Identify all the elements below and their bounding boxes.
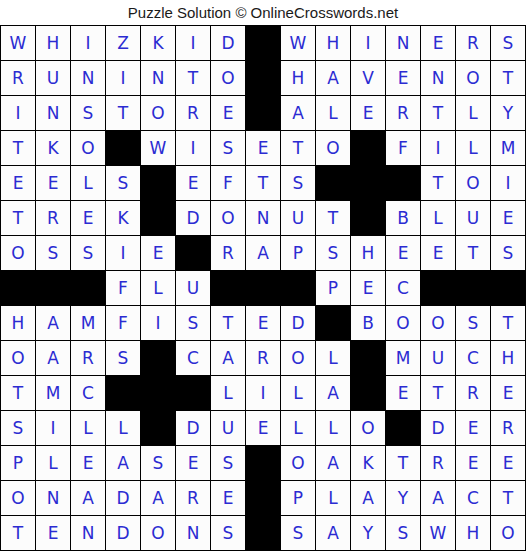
black-cell-r11c11 — [351, 376, 385, 410]
grid-cell-r12c3: L — [71, 411, 105, 445]
black-cell-r5c5 — [141, 166, 175, 200]
grid-cell-r13c3: E — [71, 446, 105, 480]
black-cell-r5c10 — [316, 166, 350, 200]
grid-cell-r4c8: E — [246, 131, 280, 165]
grid-cell-r2c9: H — [281, 61, 315, 95]
grid-cell-r4c1: T — [1, 131, 35, 165]
grid-cell-r3c5: O — [141, 96, 175, 130]
crossword-grid: WHIZKIDWHINERSRUNINTOHAVENOTINSTOREALERT… — [0, 25, 526, 551]
black-cell-r11c5 — [141, 376, 175, 410]
black-cell-r10c5 — [141, 341, 175, 375]
grid-cell-r15c11: Y — [351, 516, 385, 550]
grid-cell-r14c11: A — [351, 481, 385, 515]
grid-cell-r15c14: H — [456, 516, 490, 550]
grid-cell-r12c9: L — [281, 411, 315, 445]
grid-cell-r11c2: M — [36, 376, 70, 410]
grid-cell-r14c7: E — [211, 481, 245, 515]
grid-cell-r15c13: W — [421, 516, 455, 550]
grid-cell-r5c2: E — [36, 166, 70, 200]
grid-cell-r13c7: S — [211, 446, 245, 480]
grid-cell-r2c4: I — [106, 61, 140, 95]
grid-cell-r1c15: S — [491, 26, 525, 60]
black-cell-r5c11 — [351, 166, 385, 200]
grid-cell-r13c4: A — [106, 446, 140, 480]
grid-cell-r14c6: R — [176, 481, 210, 515]
grid-cell-r10c3: R — [71, 341, 105, 375]
grid-cell-r4c2: K — [36, 131, 70, 165]
grid-cell-r12c2: I — [36, 411, 70, 445]
grid-cell-r4c15: M — [491, 131, 525, 165]
grid-cell-r1c9: W — [281, 26, 315, 60]
grid-cell-r11c15: E — [491, 376, 525, 410]
black-cell-r4c11 — [351, 131, 385, 165]
grid-cell-r11c7: L — [211, 376, 245, 410]
grid-cell-r15c2: E — [36, 516, 70, 550]
grid-cell-r3c3: S — [71, 96, 105, 130]
grid-cell-r10c14: C — [456, 341, 490, 375]
grid-cell-r1c6: I — [176, 26, 210, 60]
grid-cell-r13c9: O — [281, 446, 315, 480]
grid-cell-r1c1: W — [1, 26, 35, 60]
grid-cell-r5c15: I — [491, 166, 525, 200]
grid-cell-r10c2: A — [36, 341, 70, 375]
grid-cell-r11c3: C — [71, 376, 105, 410]
grid-cell-r15c5: O — [141, 516, 175, 550]
grid-cell-r13c12: T — [386, 446, 420, 480]
grid-cell-r7c15: S — [491, 236, 525, 270]
grid-cell-r13c14: E — [456, 446, 490, 480]
grid-cell-r7c1: O — [1, 236, 35, 270]
black-cell-r8c13 — [421, 271, 455, 305]
grid-cell-r5c14: O — [456, 166, 490, 200]
grid-cell-r12c7: U — [211, 411, 245, 445]
black-cell-r8c3 — [71, 271, 105, 305]
black-cell-r4c4 — [106, 131, 140, 165]
black-cell-r9c10 — [316, 306, 350, 340]
grid-cell-r4c14: L — [456, 131, 490, 165]
grid-cell-r6c8: N — [246, 201, 280, 235]
black-cell-r3c8 — [246, 96, 280, 130]
grid-cell-r15c10: A — [316, 516, 350, 550]
grid-cell-r12c10: L — [316, 411, 350, 445]
grid-cell-r3c9: A — [281, 96, 315, 130]
grid-cell-r9c7: T — [211, 306, 245, 340]
grid-cell-r3c14: L — [456, 96, 490, 130]
grid-cell-r7c10: S — [316, 236, 350, 270]
grid-cell-r9c6: S — [176, 306, 210, 340]
grid-cell-r1c3: I — [71, 26, 105, 60]
grid-cell-r14c13: A — [421, 481, 455, 515]
grid-cell-r13c1: P — [1, 446, 35, 480]
black-cell-r15c8 — [246, 516, 280, 550]
grid-cell-r1c7: D — [211, 26, 245, 60]
grid-cell-r7c13: E — [421, 236, 455, 270]
black-cell-r2c8 — [246, 61, 280, 95]
grid-cell-r10c6: C — [176, 341, 210, 375]
black-cell-r8c15 — [491, 271, 525, 305]
grid-cell-r13c10: A — [316, 446, 350, 480]
grid-cell-r10c12: M — [386, 341, 420, 375]
grid-cell-r15c4: D — [106, 516, 140, 550]
black-cell-r14c8 — [246, 481, 280, 515]
grid-cell-r14c4: D — [106, 481, 140, 515]
grid-cell-r14c15: T — [491, 481, 525, 515]
black-cell-r8c8 — [246, 271, 280, 305]
grid-cell-r7c9: P — [281, 236, 315, 270]
grid-cell-r11c12: E — [386, 376, 420, 410]
grid-cell-r4c12: F — [386, 131, 420, 165]
grid-cell-r10c10: L — [316, 341, 350, 375]
grid-cell-r7c2: S — [36, 236, 70, 270]
black-cell-r7c6 — [176, 236, 210, 270]
grid-cell-r4c5: W — [141, 131, 175, 165]
grid-cell-r9c2: A — [36, 306, 70, 340]
black-cell-r11c4 — [106, 376, 140, 410]
grid-cell-r12c8: E — [246, 411, 280, 445]
grid-cell-r3c10: L — [316, 96, 350, 130]
black-cell-r8c1 — [1, 271, 35, 305]
grid-cell-r1c10: H — [316, 26, 350, 60]
black-cell-r11c6 — [176, 376, 210, 410]
grid-cell-r7c7: R — [211, 236, 245, 270]
grid-cell-r3c11: E — [351, 96, 385, 130]
grid-cell-r5c8: T — [246, 166, 280, 200]
grid-cell-r3c7: E — [211, 96, 245, 130]
grid-cell-r5c13: T — [421, 166, 455, 200]
black-cell-r8c2 — [36, 271, 70, 305]
grid-cell-r7c12: E — [386, 236, 420, 270]
grid-cell-r8c5: L — [141, 271, 175, 305]
grid-cell-r12c4: L — [106, 411, 140, 445]
grid-cell-r10c4: S — [106, 341, 140, 375]
grid-cell-r11c10: A — [316, 376, 350, 410]
grid-cell-r15c3: N — [71, 516, 105, 550]
grid-cell-r4c6: I — [176, 131, 210, 165]
grid-cell-r12c6: D — [176, 411, 210, 445]
grid-cell-r7c5: E — [141, 236, 175, 270]
black-cell-r8c9 — [281, 271, 315, 305]
black-cell-r6c11 — [351, 201, 385, 235]
black-cell-r8c14 — [456, 271, 490, 305]
grid-cell-r1c13: E — [421, 26, 455, 60]
grid-cell-r13c5: S — [141, 446, 175, 480]
grid-cell-r9c3: M — [71, 306, 105, 340]
grid-cell-r9c11: B — [351, 306, 385, 340]
page-title: Puzzle Solution © OnlineCrosswords.net — [0, 0, 526, 25]
grid-cell-r2c6: T — [176, 61, 210, 95]
grid-cell-r14c14: C — [456, 481, 490, 515]
grid-cell-r3c12: R — [386, 96, 420, 130]
grid-cell-r15c7: S — [211, 516, 245, 550]
grid-cell-r1c12: N — [386, 26, 420, 60]
grid-cell-r14c1: O — [1, 481, 35, 515]
black-cell-r6c5 — [141, 201, 175, 235]
grid-cell-r8c6: U — [176, 271, 210, 305]
grid-cell-r12c1: S — [1, 411, 35, 445]
grid-cell-r14c12: Y — [386, 481, 420, 515]
grid-cell-r11c14: R — [456, 376, 490, 410]
grid-cell-r5c9: S — [281, 166, 315, 200]
grid-cell-r4c7: S — [211, 131, 245, 165]
grid-cell-r4c9: T — [281, 131, 315, 165]
grid-cell-r6c6: D — [176, 201, 210, 235]
grid-cell-r14c9: P — [281, 481, 315, 515]
grid-cell-r2c5: N — [141, 61, 175, 95]
grid-cell-r13c6: E — [176, 446, 210, 480]
grid-cell-r4c13: I — [421, 131, 455, 165]
grid-cell-r15c9: S — [281, 516, 315, 550]
grid-cell-r9c12: O — [386, 306, 420, 340]
grid-cell-r14c5: A — [141, 481, 175, 515]
grid-cell-r7c14: T — [456, 236, 490, 270]
grid-cell-r2c13: N — [421, 61, 455, 95]
grid-cell-r7c11: H — [351, 236, 385, 270]
grid-cell-r3c2: N — [36, 96, 70, 130]
grid-cell-r14c2: N — [36, 481, 70, 515]
grid-cell-r9c1: H — [1, 306, 35, 340]
grid-cell-r15c6: N — [176, 516, 210, 550]
grid-cell-r12c11: O — [351, 411, 385, 445]
grid-cell-r10c13: U — [421, 341, 455, 375]
grid-cell-r14c10: L — [316, 481, 350, 515]
grid-cell-r5c6: E — [176, 166, 210, 200]
grid-cell-r9c9: D — [281, 306, 315, 340]
grid-cell-r2c11: V — [351, 61, 385, 95]
grid-cell-r9c15: T — [491, 306, 525, 340]
grid-cell-r6c12: B — [386, 201, 420, 235]
grid-cell-r2c12: E — [386, 61, 420, 95]
grid-cell-r7c4: I — [106, 236, 140, 270]
grid-cell-r7c8: A — [246, 236, 280, 270]
grid-cell-r8c4: F — [106, 271, 140, 305]
grid-cell-r3c13: T — [421, 96, 455, 130]
grid-cell-r13c2: L — [36, 446, 70, 480]
grid-cell-r5c3: L — [71, 166, 105, 200]
grid-cell-r2c10: A — [316, 61, 350, 95]
grid-cell-r6c1: T — [1, 201, 35, 235]
grid-cell-r1c4: Z — [106, 26, 140, 60]
grid-cell-r10c8: R — [246, 341, 280, 375]
grid-cell-r4c10: O — [316, 131, 350, 165]
grid-cell-r10c9: O — [281, 341, 315, 375]
grid-cell-r6c7: O — [211, 201, 245, 235]
grid-cell-r6c2: R — [36, 201, 70, 235]
grid-cell-r6c13: L — [421, 201, 455, 235]
grid-cell-r3c1: I — [1, 96, 35, 130]
grid-cell-r9c5: I — [141, 306, 175, 340]
grid-cell-r6c3: E — [71, 201, 105, 235]
grid-cell-r11c1: T — [1, 376, 35, 410]
grid-cell-r10c15: H — [491, 341, 525, 375]
grid-cell-r3c15: Y — [491, 96, 525, 130]
grid-cell-r8c12: C — [386, 271, 420, 305]
grid-cell-r5c4: S — [106, 166, 140, 200]
grid-cell-r6c15: E — [491, 201, 525, 235]
grid-cell-r11c9: L — [281, 376, 315, 410]
grid-cell-r13c11: K — [351, 446, 385, 480]
grid-cell-r11c13: T — [421, 376, 455, 410]
grid-cell-r6c10: T — [316, 201, 350, 235]
grid-cell-r8c10: P — [316, 271, 350, 305]
black-cell-r12c12 — [386, 411, 420, 445]
grid-cell-r9c14: S — [456, 306, 490, 340]
grid-cell-r2c15: T — [491, 61, 525, 95]
grid-cell-r13c13: R — [421, 446, 455, 480]
black-cell-r8c7 — [211, 271, 245, 305]
grid-cell-r5c7: F — [211, 166, 245, 200]
grid-cell-r2c14: O — [456, 61, 490, 95]
grid-cell-r1c11: I — [351, 26, 385, 60]
black-cell-r5c12 — [386, 166, 420, 200]
grid-cell-r5c1: E — [1, 166, 35, 200]
grid-cell-r3c6: R — [176, 96, 210, 130]
grid-cell-r6c9: U — [281, 201, 315, 235]
grid-cell-r15c1: T — [1, 516, 35, 550]
grid-cell-r6c14: U — [456, 201, 490, 235]
grid-cell-r4c3: O — [71, 131, 105, 165]
grid-cell-r11c8: I — [246, 376, 280, 410]
grid-cell-r2c3: N — [71, 61, 105, 95]
grid-cell-r7c3: S — [71, 236, 105, 270]
grid-cell-r15c15: O — [491, 516, 525, 550]
grid-cell-r6c4: K — [106, 201, 140, 235]
black-cell-r1c8 — [246, 26, 280, 60]
black-cell-r12c5 — [141, 411, 175, 445]
grid-cell-r3c4: T — [106, 96, 140, 130]
grid-cell-r12c14: E — [456, 411, 490, 445]
grid-cell-r1c5: K — [141, 26, 175, 60]
grid-cell-r10c7: A — [211, 341, 245, 375]
grid-cell-r1c2: H — [36, 26, 70, 60]
grid-cell-r2c1: R — [1, 61, 35, 95]
grid-cell-r2c2: U — [36, 61, 70, 95]
grid-cell-r12c15: R — [491, 411, 525, 445]
grid-cell-r9c8: E — [246, 306, 280, 340]
grid-cell-r9c13: O — [421, 306, 455, 340]
black-cell-r10c11 — [351, 341, 385, 375]
grid-cell-r8c11: E — [351, 271, 385, 305]
grid-cell-r12c13: D — [421, 411, 455, 445]
grid-cell-r9c4: F — [106, 306, 140, 340]
grid-cell-r14c3: A — [71, 481, 105, 515]
black-cell-r13c8 — [246, 446, 280, 480]
grid-cell-r2c7: O — [211, 61, 245, 95]
grid-cell-r15c12: S — [386, 516, 420, 550]
grid-cell-r10c1: O — [1, 341, 35, 375]
grid-cell-r13c15: E — [491, 446, 525, 480]
grid-cell-r1c14: R — [456, 26, 490, 60]
